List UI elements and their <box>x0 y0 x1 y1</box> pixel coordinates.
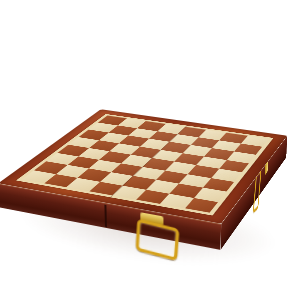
brass-clasp-mount <box>265 160 268 175</box>
chess-piece-glyph: ♜ <box>27 150 51 176</box>
folding-chess-box: ♜♞♝♛♚♝♞♜♟♟♟♟♟♟♟♟♟♟♟♟♟♟♟♟♜♞♝♛♚♝♞♜ <box>0 109 287 224</box>
brass-handle <box>135 219 179 262</box>
front-fold-seam <box>104 205 107 227</box>
chess-piece-glyph: ♜ <box>189 177 214 205</box>
chess-set-scene: ♜♞♝♛♚♝♞♜♟♟♟♟♟♟♟♟♟♟♟♟♟♟♟♟♜♞♝♛♚♝♞♜ <box>0 0 300 300</box>
photo-background: ♜♞♝♛♚♝♞♜♟♟♟♟♟♟♟♟♟♟♟♟♟♟♟♟♜♞♝♛♚♝♞♜ <box>0 0 300 300</box>
chess-piece-glyph: ♟ <box>167 179 187 201</box>
chess-piece-glyph: ♟ <box>51 159 70 180</box>
